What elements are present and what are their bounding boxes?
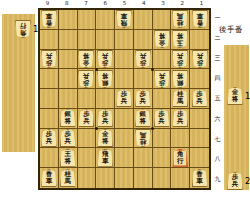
piece-kanji: 歩 兵 — [83, 111, 90, 125]
board-square-1三[interactable]: 歩 兵 — [190, 50, 209, 70]
shogi-piece-歩兵-gote[interactable]: 歩 兵 — [41, 50, 57, 68]
board-square-3六[interactable]: 歩 兵 — [153, 109, 172, 129]
board-square-3一[interactable] — [153, 10, 172, 30]
shogi-piece-歩兵-sente[interactable]: 歩 兵 — [116, 89, 132, 107]
board-square-7九[interactable] — [78, 168, 97, 188]
file-label: 6 — [96, 0, 115, 7]
shogi-piece-銀将-sente[interactable]: 銀 将 — [60, 109, 76, 127]
board-square-4八[interactable] — [134, 148, 153, 168]
file-label: 3 — [153, 0, 172, 7]
shogi-piece-歩兵-gote[interactable]: 歩 兵 — [172, 50, 188, 68]
board-square-8五[interactable] — [59, 89, 78, 109]
piece-kanji: 飛 車 — [121, 12, 128, 26]
rank-label: 八 — [213, 150, 222, 170]
file-labels: 987654321 — [38, 0, 211, 7]
piece-kanji: 銀 将 — [140, 111, 147, 125]
board-square-4九[interactable] — [134, 168, 153, 188]
board-square-7二[interactable] — [78, 30, 97, 50]
piece-kanji: 歩 兵 — [46, 131, 53, 145]
rank-label: 六 — [213, 109, 222, 129]
shogi-piece-金将-sente[interactable]: 金 将 — [97, 129, 113, 147]
board-square-7三[interactable]: 金 将 — [78, 50, 97, 70]
sente-captured-stand: 金 将1歩 兵2 — [224, 45, 249, 190]
shogi-piece-歩兵-gote[interactable]: 歩 兵 — [154, 70, 170, 88]
shogi-piece-角行-gote[interactable]: 角 行 — [15, 20, 31, 38]
shogi-diagram: 987654321 香 車飛 車桂 馬香 車金 将玉 将歩 兵金 将歩 兵歩 兵… — [0, 0, 250, 198]
shogi-piece-玉将-gote[interactable]: 玉 将 — [172, 30, 188, 48]
shogi-piece-香車-sente[interactable]: 香 車 — [41, 169, 57, 187]
shogi-piece-歩兵-sente[interactable]: 歩 兵 — [154, 109, 170, 127]
board-square-8六[interactable]: 銀 将 — [59, 109, 78, 129]
piece-kanji: 香 車 — [196, 12, 203, 26]
board-square-9五[interactable] — [40, 89, 59, 109]
board-square-8三[interactable] — [59, 50, 78, 70]
board-square-8四[interactable] — [59, 69, 78, 89]
piece-kanji: 歩 兵 — [196, 52, 203, 66]
board-square-9八[interactable] — [40, 148, 59, 168]
board-square-4七[interactable]: 桂 馬 — [134, 129, 153, 149]
board-square-6七[interactable]: 金 将 — [96, 129, 115, 149]
board-square-5一[interactable]: 飛 車 — [115, 10, 134, 30]
board-square-2一[interactable]: 桂 馬 — [171, 10, 190, 30]
board-square-5二[interactable] — [115, 30, 134, 50]
shogi-piece-歩兵-gote[interactable]: 歩 兵 — [135, 50, 151, 68]
board-square-1八[interactable] — [190, 148, 209, 168]
board-square-7四[interactable]: 歩 兵 — [78, 69, 97, 89]
file-label: 7 — [76, 0, 95, 7]
board-square-1六[interactable] — [190, 109, 209, 129]
board-square-5六[interactable] — [115, 109, 134, 129]
board-square-4三[interactable]: 歩 兵 — [134, 50, 153, 70]
piece-kanji: 歩 兵 — [121, 91, 128, 105]
file-label: 5 — [115, 0, 134, 7]
rank-label: 四 — [213, 69, 222, 89]
board-square-3三[interactable] — [153, 50, 172, 70]
board-square-2二[interactable]: 玉 将 — [171, 30, 190, 50]
shogi-piece-飛車-sente[interactable]: 飛 車 — [97, 149, 113, 167]
board-square-7五[interactable] — [78, 89, 97, 109]
board-square-3二[interactable]: 金 将 — [153, 30, 172, 50]
hoshi-star-point — [151, 68, 154, 71]
board-square-5五[interactable]: 歩 兵 — [115, 89, 134, 109]
captured-piece-slot: 金 将1 — [227, 87, 250, 105]
board-square-8八[interactable]: 王 将 — [59, 148, 78, 168]
board-square-1四[interactable] — [190, 69, 209, 89]
piece-kanji: 歩 兵 — [158, 72, 165, 86]
piece-kanji: 金 将 — [102, 131, 109, 145]
shogi-piece-香車-gote[interactable]: 香 車 — [192, 10, 208, 28]
piece-kanji: 歩 兵 — [83, 72, 90, 86]
captured-piece-count: 1 — [245, 91, 250, 101]
piece-kanji: 香 車 — [46, 12, 53, 26]
board-square-7八[interactable] — [78, 148, 97, 168]
shogi-piece-王将-sente[interactable]: 王 将 — [60, 149, 76, 167]
board-square-9一[interactable]: 香 車 — [40, 10, 59, 30]
board-square-4二[interactable] — [134, 30, 153, 50]
board-square-8一[interactable] — [59, 10, 78, 30]
board-square-4六[interactable]: 銀 将 — [134, 109, 153, 129]
shogi-piece-金将-gote[interactable]: 金 将 — [78, 50, 94, 68]
shogi-piece-飛車-gote[interactable]: 飛 車 — [116, 10, 132, 28]
file-label: 2 — [173, 0, 192, 7]
captured-piece-count: 1 — [33, 24, 38, 34]
board-square-1五[interactable]: 歩 兵 — [190, 89, 209, 109]
shogi-piece-歩兵-gote[interactable]: 歩 兵 — [97, 50, 113, 68]
file-label: 1 — [192, 0, 211, 7]
board-square-5三[interactable] — [115, 50, 134, 70]
board-square-2六[interactable]: 歩 兵 — [171, 109, 190, 129]
shogi-board: 香 車飛 車桂 馬香 車金 将玉 将歩 兵金 将歩 兵歩 兵歩 兵歩 兵歩 兵銀… — [38, 8, 211, 190]
piece-kanji: 歩 兵 — [140, 52, 147, 66]
board-square-3五[interactable] — [153, 89, 172, 109]
piece-kanji: 銀 将 — [64, 111, 71, 125]
piece-kanji: 金 将 — [232, 89, 239, 103]
piece-kanji: 銀 将 — [102, 72, 109, 86]
piece-kanji: 歩 兵 — [177, 52, 184, 66]
board-square-5四[interactable] — [115, 69, 134, 89]
piece-kanji: 歩 兵 — [102, 111, 109, 125]
board-square-3四[interactable]: 歩 兵 — [153, 69, 172, 89]
board-square-6九[interactable] — [96, 168, 115, 188]
piece-kanji: 金 将 — [83, 52, 90, 66]
gote-captured-stand: 角 行1 — [2, 14, 35, 152]
board-square-3九[interactable] — [153, 168, 172, 188]
hoshi-star-point — [95, 68, 98, 71]
shogi-piece-歩兵-gote[interactable]: 歩 兵 — [78, 70, 94, 88]
piece-kanji: 銀 将 — [177, 72, 184, 86]
file-label: 8 — [57, 0, 76, 7]
board-square-9九[interactable]: 香 車 — [40, 168, 59, 188]
shogi-piece-桂馬-gote[interactable]: 桂 馬 — [172, 10, 188, 28]
board-square-8九[interactable]: 桂 馬 — [59, 168, 78, 188]
board-square-2三[interactable]: 歩 兵 — [171, 50, 190, 70]
hoshi-star-point — [95, 127, 98, 130]
piece-kanji: 歩 兵 — [232, 174, 239, 188]
shogi-piece-金将-gote[interactable]: 金 将 — [154, 30, 170, 48]
piece-kanji: 歩 兵 — [64, 131, 71, 145]
rank-label: 五 — [213, 89, 222, 109]
board-square-6五[interactable] — [96, 89, 115, 109]
rank-labels: 一二三四五六七八九 — [213, 8, 222, 190]
shogi-piece-歩兵-sente[interactable]: 歩 兵 — [97, 109, 113, 127]
board-square-6二[interactable] — [96, 30, 115, 50]
piece-kanji: 角 行 — [20, 22, 27, 36]
board-square-1二[interactable] — [190, 30, 209, 50]
board-square-2五[interactable]: 桂 馬 — [171, 89, 190, 109]
board-square-2九[interactable] — [171, 168, 190, 188]
board-square-1一[interactable]: 香 車 — [190, 10, 209, 30]
file-label: 9 — [38, 0, 57, 7]
board-square-9六[interactable] — [40, 109, 59, 129]
board-square-6六[interactable]: 歩 兵 — [96, 109, 115, 129]
shogi-piece-銀将-gote[interactable]: 銀 将 — [97, 70, 113, 88]
piece-kanji: 歩 兵 — [196, 91, 203, 105]
shogi-piece-歩兵-sente[interactable]: 歩 兵 — [227, 172, 243, 190]
board-square-4五[interactable]: 歩 兵 — [134, 89, 153, 109]
board-square-4四[interactable] — [134, 69, 153, 89]
board-square-6四[interactable]: 銀 将 — [96, 69, 115, 89]
shogi-piece-香車-gote[interactable]: 香 車 — [41, 10, 57, 28]
piece-kanji: 角 行 — [177, 151, 184, 165]
captured-piece-slot: 角 行1 — [15, 20, 38, 38]
board-square-2七[interactable] — [171, 129, 190, 149]
shogi-piece-銀将-sente[interactable]: 銀 将 — [135, 109, 151, 127]
piece-kanji: 桂 馬 — [177, 12, 184, 26]
board-square-2四[interactable]: 銀 将 — [171, 69, 190, 89]
shogi-piece-歩兵-sente[interactable]: 歩 兵 — [135, 89, 151, 107]
shogi-piece-歩兵-sente[interactable]: 歩 兵 — [78, 109, 94, 127]
shogi-piece-歩兵-sente[interactable]: 歩 兵 — [172, 109, 188, 127]
shogi-piece-歩兵-sente[interactable]: 歩 兵 — [192, 89, 208, 107]
board-square-1七[interactable] — [190, 129, 209, 149]
board-square-9三[interactable]: 歩 兵 — [40, 50, 59, 70]
board-square-2八[interactable]: 角 行 — [171, 148, 190, 168]
board-square-9七[interactable]: 歩 兵 — [40, 129, 59, 149]
piece-kanji: 桂 馬 — [64, 171, 71, 185]
board-square-5九[interactable] — [115, 168, 134, 188]
shogi-piece-角行-sente[interactable]: 角 行 — [172, 149, 188, 167]
shogi-piece-金将-sente[interactable]: 金 将 — [227, 87, 243, 105]
piece-kanji: 玉 将 — [177, 32, 184, 46]
board-square-6三[interactable]: 歩 兵 — [96, 50, 115, 70]
piece-kanji: 歩 兵 — [46, 52, 53, 66]
board-square-5八[interactable] — [115, 148, 134, 168]
piece-kanji: 香 車 — [46, 171, 53, 185]
shogi-piece-桂馬-sente[interactable]: 桂 馬 — [172, 89, 188, 107]
board-square-7七[interactable] — [78, 129, 97, 149]
piece-kanji: 歩 兵 — [158, 111, 165, 125]
shogi-piece-桂馬-gote[interactable]: 桂 馬 — [135, 129, 151, 147]
piece-kanji: 歩 兵 — [102, 52, 109, 66]
board-square-6八[interactable]: 飛 車 — [96, 148, 115, 168]
piece-kanji: 王 将 — [64, 151, 71, 165]
turn-indicator: 後手番 — [219, 25, 250, 35]
rank-label: 三 — [213, 48, 222, 68]
piece-kanji: 金 将 — [158, 32, 165, 46]
board-square-1九[interactable]: 香 車 — [190, 168, 209, 188]
board-square-9四[interactable] — [40, 69, 59, 89]
shogi-piece-銀将-gote[interactable]: 銀 将 — [172, 70, 188, 88]
board-square-3七[interactable] — [153, 129, 172, 149]
piece-kanji: 桂 馬 — [177, 91, 184, 105]
file-label: 4 — [134, 0, 153, 7]
board-square-8七[interactable]: 歩 兵 — [59, 129, 78, 149]
rank-label: 七 — [213, 129, 222, 149]
board-square-6一[interactable] — [96, 10, 115, 30]
shogi-piece-香車-sente[interactable]: 香 車 — [192, 169, 208, 187]
board-square-8二[interactable] — [59, 30, 78, 50]
captured-piece-count: 2 — [245, 176, 250, 186]
captured-piece-slot: 歩 兵2 — [227, 172, 250, 190]
board-square-7一[interactable] — [78, 10, 97, 30]
shogi-piece-歩兵-gote[interactable]: 歩 兵 — [192, 50, 208, 68]
piece-kanji: 飛 車 — [102, 151, 109, 165]
piece-kanji: 歩 兵 — [177, 111, 184, 125]
rank-label: 九 — [213, 170, 222, 190]
shogi-piece-桂馬-sente[interactable]: 桂 馬 — [60, 169, 76, 187]
board-square-5七[interactable] — [115, 129, 134, 149]
board-square-9二[interactable] — [40, 30, 59, 50]
board-square-7六[interactable]: 歩 兵 — [78, 109, 97, 129]
board-square-4一[interactable] — [134, 10, 153, 30]
shogi-piece-歩兵-sente[interactable]: 歩 兵 — [60, 129, 76, 147]
board-grid: 香 車飛 車桂 馬香 車金 将玉 将歩 兵金 将歩 兵歩 兵歩 兵歩 兵歩 兵銀… — [40, 10, 209, 188]
piece-kanji: 香 車 — [196, 171, 203, 185]
piece-kanji: 歩 兵 — [140, 91, 147, 105]
board-square-3八[interactable] — [153, 148, 172, 168]
shogi-piece-歩兵-sente[interactable]: 歩 兵 — [41, 129, 57, 147]
piece-kanji: 桂 馬 — [140, 131, 147, 145]
